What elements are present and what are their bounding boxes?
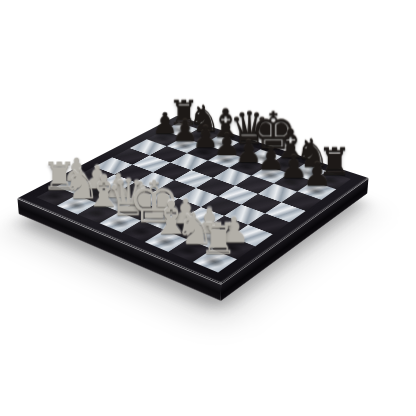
chess-board: ♜♞♝♛♚♝♞♜♟♟♟♟♟♟♟♟♟♟♟♟♟♟♟♟♜♞♝♛♚♝♞♜ xyxy=(17,116,368,284)
product-photo: ♜♞♝♛♚♝♞♜♟♟♟♟♟♟♟♟♟♟♟♟♟♟♟♟♜♞♝♛♚♝♞♜ xyxy=(0,0,416,416)
